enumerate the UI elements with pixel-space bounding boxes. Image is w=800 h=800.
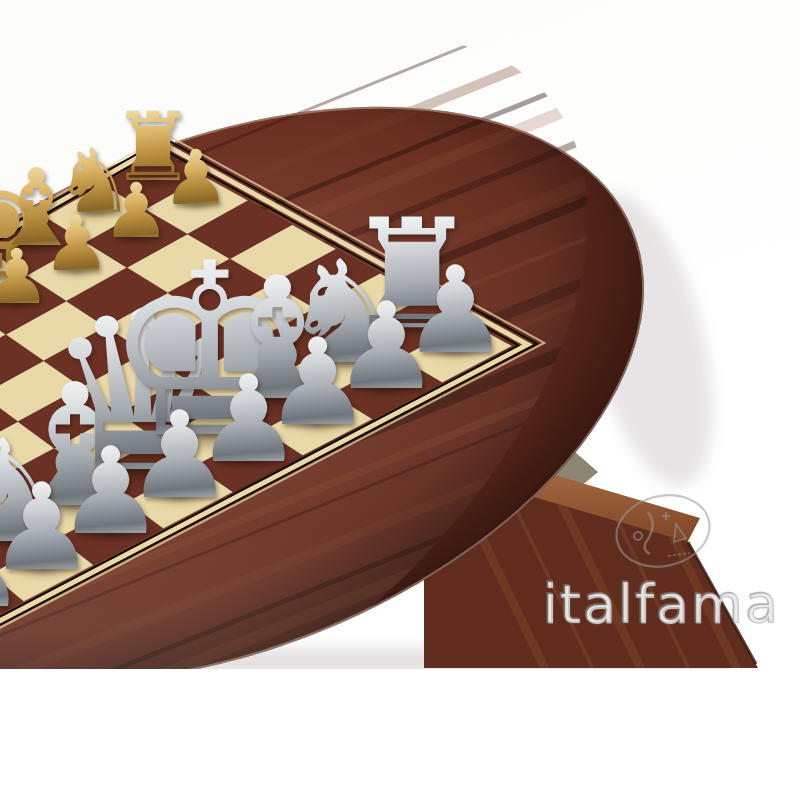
round-chess-board [0,0,800,800]
chess-set-product-photo: ♞♝♛♚♝♞♜♟♟♟♟♟♟♟♟♚♝♞♜♟♟♟♟ italfama [0,0,800,800]
